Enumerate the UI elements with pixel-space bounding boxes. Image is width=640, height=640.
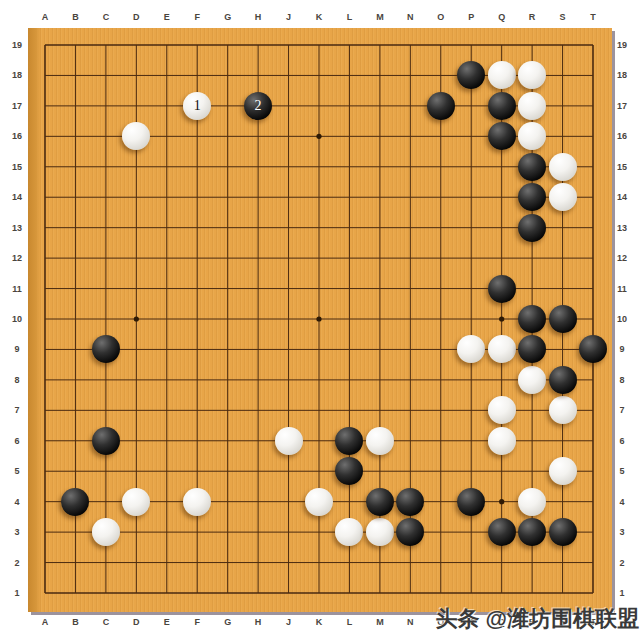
coord-label-right-13: 13 [617, 223, 627, 233]
coord-label-left-10: 10 [12, 314, 22, 324]
coord-label-bottom-M: M [376, 617, 384, 627]
star-point [499, 316, 504, 321]
stone-white-Q9 [488, 335, 516, 363]
coord-label-top-N: N [407, 12, 414, 22]
stone-black-H17-move-2: 2 [244, 92, 272, 120]
coord-label-top-L: L [347, 12, 353, 22]
stone-black-M4 [366, 488, 394, 516]
coord-label-bottom-N: N [407, 617, 414, 627]
coord-label-top-S: S [560, 12, 566, 22]
coord-label-right-11: 11 [617, 284, 627, 294]
coord-label-top-K: K [316, 12, 323, 22]
coord-label-top-A: A [42, 12, 49, 22]
stone-white-Q7 [488, 396, 516, 424]
coord-label-right-19: 19 [617, 40, 627, 50]
coord-label-top-E: E [164, 12, 170, 22]
stone-white-Q6 [488, 427, 516, 455]
stone-white-M3 [366, 518, 394, 546]
coord-label-bottom-A: A [42, 617, 49, 627]
coord-label-bottom-F: F [194, 617, 200, 627]
coord-label-left-16: 16 [12, 131, 22, 141]
stone-white-S7 [549, 396, 577, 424]
coord-label-right-18: 18 [617, 70, 627, 80]
stone-white-C3 [92, 518, 120, 546]
stone-black-S8 [549, 366, 577, 394]
coord-label-top-C: C [103, 12, 110, 22]
coord-label-bottom-B: B [72, 617, 79, 627]
coord-label-left-4: 4 [14, 497, 19, 507]
coord-label-left-11: 11 [12, 284, 22, 294]
coord-label-top-P: P [468, 12, 474, 22]
stone-black-Q3 [488, 518, 516, 546]
coord-label-left-15: 15 [12, 162, 22, 172]
stone-black-B4 [61, 488, 89, 516]
stone-white-D4 [122, 488, 150, 516]
coord-label-bottom-G: G [224, 617, 231, 627]
coord-label-right-16: 16 [617, 131, 627, 141]
coord-label-top-B: B [72, 12, 79, 22]
coord-label-top-D: D [133, 12, 140, 22]
coord-label-right-8: 8 [619, 375, 624, 385]
coord-label-bottom-C: C [103, 617, 110, 627]
stone-black-Q16 [488, 122, 516, 150]
coord-label-right-2: 2 [619, 558, 624, 568]
coord-label-left-7: 7 [14, 405, 19, 415]
star-point [316, 316, 321, 321]
coord-label-top-O: O [437, 12, 444, 22]
coord-label-top-T: T [590, 12, 596, 22]
coord-label-right-17: 17 [617, 101, 627, 111]
coord-label-bottom-L: L [347, 617, 353, 627]
coord-label-left-17: 17 [12, 101, 22, 111]
coord-label-left-14: 14 [12, 192, 22, 202]
stone-black-C6 [92, 427, 120, 455]
coord-label-top-F: F [194, 12, 200, 22]
coord-label-left-2: 2 [14, 558, 19, 568]
stone-white-K4 [305, 488, 333, 516]
stone-black-R10 [518, 305, 546, 333]
coord-label-left-12: 12 [12, 253, 22, 263]
stone-black-N4 [396, 488, 424, 516]
coord-label-bottom-K: K [316, 617, 323, 627]
coord-label-right-9: 9 [619, 344, 624, 354]
stone-white-Q18 [488, 61, 516, 89]
coord-label-right-4: 4 [619, 497, 624, 507]
stone-white-S15 [549, 153, 577, 181]
coord-label-right-6: 6 [619, 436, 624, 446]
stone-white-J6 [275, 427, 303, 455]
coord-label-right-15: 15 [617, 162, 627, 172]
coord-label-left-6: 6 [14, 436, 19, 446]
stone-white-F17-move-1: 1 [183, 92, 211, 120]
stone-black-R13 [518, 214, 546, 242]
coord-label-right-12: 12 [617, 253, 627, 263]
coord-label-right-14: 14 [617, 192, 627, 202]
stone-black-S3 [549, 518, 577, 546]
coord-label-left-1: 1 [14, 588, 19, 598]
coord-label-top-Q: Q [498, 12, 505, 22]
star-point [499, 499, 504, 504]
star-point [316, 134, 321, 139]
coord-label-left-3: 3 [14, 527, 19, 537]
stone-black-O17 [427, 92, 455, 120]
stone-white-S5 [549, 457, 577, 485]
coord-label-top-R: R [529, 12, 536, 22]
stone-black-P4 [457, 488, 485, 516]
coord-label-bottom-H: H [255, 617, 262, 627]
stone-black-R15 [518, 153, 546, 181]
star-point [134, 316, 139, 321]
coord-label-right-10: 10 [617, 314, 627, 324]
stone-white-R8 [518, 366, 546, 394]
watermark: 头条 @潍坊围棋联盟 [435, 604, 639, 634]
coord-label-left-18: 18 [12, 70, 22, 80]
stone-black-Q11 [488, 275, 516, 303]
coord-label-right-7: 7 [619, 405, 624, 415]
coord-label-left-8: 8 [14, 375, 19, 385]
stone-white-M6 [366, 427, 394, 455]
coord-label-top-M: M [376, 12, 384, 22]
coord-label-right-3: 3 [619, 527, 624, 537]
stone-white-R4 [518, 488, 546, 516]
coord-label-left-9: 9 [14, 344, 19, 354]
stone-white-S14 [549, 183, 577, 211]
stone-black-S10 [549, 305, 577, 333]
coord-label-right-1: 1 [619, 588, 624, 598]
coord-label-bottom-J: J [286, 617, 291, 627]
coord-label-bottom-D: D [133, 617, 140, 627]
stone-white-R17 [518, 92, 546, 120]
coord-label-top-H: H [255, 12, 262, 22]
coord-label-bottom-E: E [164, 617, 170, 627]
coord-label-top-G: G [224, 12, 231, 22]
coord-label-right-5: 5 [619, 466, 624, 476]
go-diagram-page: 12 AABBCCDDEEFFGGHHJJKKLLMMNNOOPPQQRRSST… [0, 0, 640, 640]
stone-black-Q17 [488, 92, 516, 120]
coord-label-top-J: J [286, 12, 291, 22]
coord-label-left-13: 13 [12, 223, 22, 233]
coord-label-left-5: 5 [14, 466, 19, 476]
stone-white-F4 [183, 488, 211, 516]
coord-label-left-19: 19 [12, 40, 22, 50]
